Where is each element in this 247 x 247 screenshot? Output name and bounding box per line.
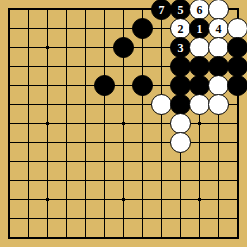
move-number: 3 bbox=[178, 42, 184, 54]
stone-black[interactable] bbox=[208, 56, 229, 77]
stone-white-move-2[interactable]: 2 bbox=[170, 18, 191, 39]
stone-black-move-7[interactable]: 7 bbox=[151, 0, 172, 20]
stone-white-move-6[interactable]: 6 bbox=[189, 0, 210, 20]
stone-black[interactable] bbox=[227, 37, 247, 58]
move-number: 4 bbox=[216, 23, 222, 35]
stone-black[interactable] bbox=[170, 75, 191, 96]
stone-black[interactable] bbox=[227, 56, 247, 77]
stone-white[interactable] bbox=[189, 94, 210, 115]
stone-black[interactable] bbox=[189, 75, 210, 96]
stone-white[interactable] bbox=[208, 0, 229, 20]
stone-black[interactable] bbox=[132, 18, 153, 39]
stone-black[interactable] bbox=[227, 75, 247, 96]
stone-black-move-3[interactable]: 3 bbox=[170, 37, 191, 58]
move-number: 2 bbox=[178, 23, 184, 35]
stone-black[interactable] bbox=[189, 56, 210, 77]
stone-black-move-1[interactable]: 1 bbox=[189, 18, 210, 39]
stone-white[interactable] bbox=[208, 37, 229, 58]
stone-white[interactable] bbox=[227, 18, 247, 39]
move-number: 7 bbox=[159, 4, 165, 16]
move-number: 6 bbox=[197, 4, 203, 16]
stone-black[interactable] bbox=[132, 75, 153, 96]
stone-white[interactable] bbox=[189, 37, 210, 58]
stone-black[interactable] bbox=[170, 56, 191, 77]
stone-black[interactable] bbox=[170, 94, 191, 115]
stone-white[interactable] bbox=[170, 113, 191, 134]
stone-white-move-4[interactable]: 4 bbox=[208, 18, 229, 39]
stones-layer: 7562143 bbox=[0, 0, 247, 247]
stone-white[interactable] bbox=[208, 94, 229, 115]
stone-white[interactable] bbox=[170, 132, 191, 153]
stone-black[interactable] bbox=[94, 75, 115, 96]
stone-white[interactable] bbox=[151, 94, 172, 115]
move-number: 1 bbox=[197, 23, 203, 35]
move-number: 5 bbox=[178, 4, 184, 16]
go-board[interactable]: 7562143 bbox=[0, 0, 247, 247]
stone-black-move-5[interactable]: 5 bbox=[170, 0, 191, 20]
stone-white[interactable] bbox=[208, 75, 229, 96]
stone-black[interactable] bbox=[113, 37, 134, 58]
